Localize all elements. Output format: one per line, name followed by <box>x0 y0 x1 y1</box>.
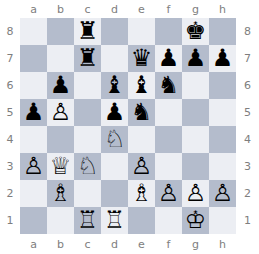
rank-label-right-8: 8 <box>236 18 259 45</box>
square-e4[interactable] <box>128 126 155 153</box>
square-h5[interactable] <box>209 99 236 126</box>
square-b1[interactable] <box>47 207 74 234</box>
square-d8[interactable] <box>101 18 128 45</box>
square-c5[interactable] <box>74 99 101 126</box>
square-g4[interactable] <box>182 126 209 153</box>
rank-label-left-5: 5 <box>0 99 20 126</box>
piece-white-bishop: ♗ <box>131 180 153 207</box>
corner-top-left <box>0 0 20 18</box>
file-label-bottom-g: g <box>182 234 209 254</box>
piece-white-king: ♔ <box>185 207 207 234</box>
piece-black-pawn: ♟ <box>50 72 72 99</box>
square-h8[interactable] <box>209 18 236 45</box>
rank-label-left-2: 2 <box>0 180 20 207</box>
piece-black-pawn: ♟ <box>104 99 126 126</box>
square-f5[interactable] <box>155 99 182 126</box>
file-label-bottom-a: a <box>20 234 47 254</box>
file-label-top-a: a <box>20 0 47 18</box>
file-label-top-f: f <box>155 0 182 18</box>
square-g5[interactable] <box>182 99 209 126</box>
square-c7[interactable]: ♜ <box>74 45 101 72</box>
square-a6[interactable] <box>20 72 47 99</box>
square-d1[interactable]: ♖ <box>101 207 128 234</box>
piece-white-pawn: ♙ <box>23 153 45 180</box>
piece-white-queen: ♕ <box>50 153 72 180</box>
rank-label-right-7: 7 <box>236 45 259 72</box>
square-f4[interactable] <box>155 126 182 153</box>
square-a4[interactable] <box>20 126 47 153</box>
square-f1[interactable] <box>155 207 182 234</box>
rank-label-right-2: 2 <box>236 180 259 207</box>
corner-top-right <box>236 0 259 18</box>
square-d5[interactable]: ♟ <box>101 99 128 126</box>
square-f2[interactable]: ♙ <box>155 180 182 207</box>
square-e5[interactable]: ♞ <box>128 99 155 126</box>
square-h2[interactable]: ♙ <box>209 180 236 207</box>
rank-label-left-7: 7 <box>0 45 20 72</box>
square-h7[interactable]: ♟ <box>209 45 236 72</box>
rank-label-right-6: 6 <box>236 72 259 99</box>
square-a2[interactable] <box>20 180 47 207</box>
square-c6[interactable] <box>74 72 101 99</box>
rank-label-right-5: 5 <box>236 99 259 126</box>
square-a5[interactable]: ♟ <box>20 99 47 126</box>
square-g1[interactable]: ♔ <box>182 207 209 234</box>
piece-black-rook: ♜ <box>77 45 99 72</box>
rank-label-right-4: 4 <box>236 126 259 153</box>
square-c2[interactable] <box>74 180 101 207</box>
file-label-top-g: g <box>182 0 209 18</box>
file-label-bottom-f: f <box>155 234 182 254</box>
file-label-top-b: b <box>47 0 74 18</box>
piece-white-rook: ♖ <box>104 207 126 234</box>
rank-label-left-6: 6 <box>0 72 20 99</box>
piece-black-rook: ♜ <box>77 18 99 45</box>
piece-black-king: ♚ <box>185 18 207 45</box>
square-a7[interactable] <box>20 45 47 72</box>
square-e1[interactable] <box>128 207 155 234</box>
rank-label-left-1: 1 <box>0 207 20 234</box>
square-d3[interactable] <box>101 153 128 180</box>
square-f3[interactable] <box>155 153 182 180</box>
piece-black-knight: ♞ <box>158 72 180 99</box>
piece-white-pawn: ♙ <box>131 153 153 180</box>
square-h1[interactable] <box>209 207 236 234</box>
piece-white-pawn: ♙ <box>50 99 72 126</box>
piece-black-pawn: ♟ <box>158 45 180 72</box>
rank-label-left-3: 3 <box>0 153 20 180</box>
square-b8[interactable] <box>47 18 74 45</box>
square-g3[interactable] <box>182 153 209 180</box>
chess-board: abcdefgh8♜♚87♜♛♟♟♟76♟♝♝♞65♟♙♟♞54♘43♙♕♘♙3… <box>0 0 259 254</box>
square-d6[interactable]: ♝ <box>101 72 128 99</box>
square-c3[interactable]: ♘ <box>74 153 101 180</box>
square-h4[interactable] <box>209 126 236 153</box>
piece-black-queen: ♛ <box>131 45 153 72</box>
piece-white-bishop: ♗ <box>50 180 72 207</box>
piece-black-pawn: ♟ <box>185 45 207 72</box>
square-b4[interactable] <box>47 126 74 153</box>
square-b6[interactable]: ♟ <box>47 72 74 99</box>
corner-bottom-left <box>0 234 20 254</box>
square-h3[interactable] <box>209 153 236 180</box>
rank-label-right-3: 3 <box>236 153 259 180</box>
square-b7[interactable] <box>47 45 74 72</box>
square-f7[interactable]: ♟ <box>155 45 182 72</box>
square-e8[interactable] <box>128 18 155 45</box>
piece-black-bishop: ♝ <box>131 72 153 99</box>
file-label-top-c: c <box>74 0 101 18</box>
square-c1[interactable]: ♖ <box>74 207 101 234</box>
square-g7[interactable]: ♟ <box>182 45 209 72</box>
file-label-top-e: e <box>128 0 155 18</box>
square-f6[interactable]: ♞ <box>155 72 182 99</box>
piece-white-knight: ♘ <box>104 126 126 153</box>
square-g6[interactable] <box>182 72 209 99</box>
square-b3[interactable]: ♕ <box>47 153 74 180</box>
square-e3[interactable]: ♙ <box>128 153 155 180</box>
piece-white-rook: ♖ <box>77 207 99 234</box>
file-label-bottom-e: e <box>128 234 155 254</box>
piece-black-knight: ♞ <box>131 99 153 126</box>
square-c8[interactable]: ♜ <box>74 18 101 45</box>
rank-label-right-1: 1 <box>236 207 259 234</box>
corner-bottom-right <box>236 234 259 254</box>
file-label-bottom-b: b <box>47 234 74 254</box>
square-a1[interactable] <box>20 207 47 234</box>
piece-white-pawn: ♙ <box>158 180 180 207</box>
piece-white-knight: ♘ <box>77 153 99 180</box>
piece-white-pawn: ♙ <box>212 180 234 207</box>
piece-black-pawn: ♟ <box>23 99 45 126</box>
square-e7[interactable]: ♛ <box>128 45 155 72</box>
file-label-top-h: h <box>209 0 236 18</box>
square-a3[interactable]: ♙ <box>20 153 47 180</box>
square-e6[interactable]: ♝ <box>128 72 155 99</box>
square-f8[interactable] <box>155 18 182 45</box>
square-b2[interactable]: ♗ <box>47 180 74 207</box>
rank-label-left-8: 8 <box>0 18 20 45</box>
square-g8[interactable]: ♚ <box>182 18 209 45</box>
file-label-top-d: d <box>101 0 128 18</box>
chess-diagram: abcdefgh8♜♚87♜♛♟♟♟76♟♝♝♞65♟♙♟♞54♘43♙♕♘♙3… <box>0 0 259 254</box>
piece-black-pawn: ♟ <box>212 45 234 72</box>
piece-black-bishop: ♝ <box>104 72 126 99</box>
rank-label-left-4: 4 <box>0 126 20 153</box>
square-c4[interactable] <box>74 126 101 153</box>
square-e2[interactable]: ♗ <box>128 180 155 207</box>
square-b5[interactable]: ♙ <box>47 99 74 126</box>
file-label-bottom-d: d <box>101 234 128 254</box>
piece-white-pawn: ♙ <box>185 180 207 207</box>
square-d2[interactable] <box>101 180 128 207</box>
file-label-bottom-c: c <box>74 234 101 254</box>
square-h6[interactable] <box>209 72 236 99</box>
square-g2[interactable]: ♙ <box>182 180 209 207</box>
file-label-bottom-h: h <box>209 234 236 254</box>
square-d7[interactable] <box>101 45 128 72</box>
square-a8[interactable] <box>20 18 47 45</box>
square-d4[interactable]: ♘ <box>101 126 128 153</box>
